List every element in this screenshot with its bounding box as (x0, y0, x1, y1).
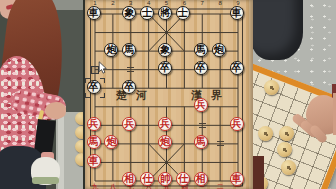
xiangqi-diagram-board[interactable]: 楚河 漢界 123456789九八七六五四三二一 車象士將士車炮馬象馬炮卒卒卒卒… (85, 0, 253, 189)
red-piece-兵[interactable]: 兵 (230, 117, 244, 131)
black-piece-馬[interactable]: 馬 (194, 43, 208, 57)
real-wooden-piece (264, 80, 279, 95)
red-piece-炮[interactable]: 炮 (104, 135, 118, 149)
black-piece-士[interactable]: 士 (140, 6, 154, 20)
black-piece-車[interactable]: 車 (87, 6, 101, 20)
red-piece-兵[interactable]: 兵 (194, 98, 208, 112)
black-piece-卒[interactable]: 卒 (194, 61, 208, 75)
mouse-cursor-icon (98, 61, 108, 75)
red-piece-馬[interactable]: 馬 (87, 135, 101, 149)
black-piece-炮[interactable]: 炮 (104, 43, 118, 57)
left-photo-strip (0, 0, 85, 189)
red-piece-仕[interactable]: 仕 (140, 172, 154, 186)
red-piece-兵[interactable]: 兵 (122, 117, 136, 131)
pieces-layer: 車象士將士車炮馬象馬炮卒卒卒卒卒兵兵兵兵兵馬炮炮馬車相仕帥仕相車 (85, 0, 253, 189)
real-captured-piece (75, 126, 85, 139)
black-piece-將[interactable]: 將 (158, 6, 172, 20)
foreground-object (253, 156, 264, 189)
red-piece-仕[interactable]: 仕 (176, 172, 190, 186)
black-piece-卒[interactable]: 卒 (158, 61, 172, 75)
red-piece-炮[interactable]: 炮 (158, 135, 172, 149)
black-piece-馬[interactable]: 馬 (122, 43, 136, 57)
black-piece-車[interactable]: 車 (230, 6, 244, 20)
black-piece-象[interactable]: 象 (122, 6, 136, 20)
real-captured-piece (75, 153, 85, 166)
red-piece-兵[interactable]: 兵 (158, 117, 172, 131)
captured-pieces-tray (0, 0, 85, 189)
real-wooden-piece (279, 126, 294, 141)
real-captured-piece (75, 112, 85, 125)
black-piece-象[interactable]: 象 (158, 43, 172, 57)
right-photo-strip (253, 0, 336, 189)
red-piece-相[interactable]: 相 (194, 172, 208, 186)
black-piece-炮[interactable]: 炮 (212, 43, 226, 57)
black-piece-卒[interactable]: 卒 (122, 80, 136, 94)
red-piece-車[interactable]: 車 (87, 154, 101, 168)
video-frame: 楚河 漢界 123456789九八七六五四三二一 車象士將士車炮馬象馬炮卒卒卒卒… (0, 0, 336, 189)
black-piece-卒[interactable]: 卒 (87, 80, 101, 94)
red-piece-相[interactable]: 相 (122, 172, 136, 186)
red-piece-馬[interactable]: 馬 (194, 135, 208, 149)
real-wooden-piece (258, 126, 273, 141)
red-piece-帥[interactable]: 帥 (158, 172, 172, 186)
real-wooden-piece (277, 142, 292, 157)
real-captured-piece (75, 140, 85, 153)
black-piece-士[interactable]: 士 (176, 6, 190, 20)
red-piece-兵[interactable]: 兵 (87, 117, 101, 131)
real-wooden-piece (281, 160, 296, 175)
black-piece-卒[interactable]: 卒 (230, 61, 244, 75)
red-piece-車[interactable]: 車 (230, 172, 244, 186)
